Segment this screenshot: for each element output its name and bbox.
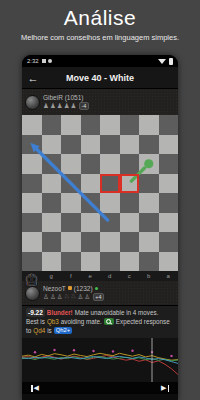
square-g7[interactable] [42, 232, 62, 252]
square-a7[interactable] [159, 232, 179, 252]
square-d4[interactable] [100, 174, 120, 194]
square-d8[interactable] [100, 252, 120, 272]
square-g6[interactable] [42, 213, 62, 233]
analysis-text: is [47, 326, 52, 335]
square-d7[interactable] [100, 232, 120, 252]
battery-icon [169, 58, 173, 65]
square-b1[interactable] [139, 115, 159, 135]
square-b4[interactable] [139, 174, 159, 194]
eval-graph[interactable] [22, 338, 178, 382]
played-move-text[interactable]: Qd4 [33, 326, 45, 335]
graph-red-line [22, 355, 178, 374]
square-f4[interactable] [61, 174, 81, 194]
chess-board-wrap: ♔♙♙♕♙♙♞♞♛♟♟♚ [22, 115, 178, 271]
square-b6[interactable] [139, 213, 159, 233]
coord-label-g: g [42, 271, 62, 281]
phone-screenshot: 2:32 ← Move 40 - White GibeiR (1051) ♟ ♟… [22, 55, 178, 400]
square-a8[interactable] [159, 252, 179, 272]
material-badge-top: -4 [79, 102, 89, 111]
analysis-summary: Mate unavoidable in 4 moves. [75, 308, 159, 317]
captured-pieces-top: ♟ ♟ ♟ ♟ ♟ [43, 102, 76, 110]
status-time: 2:32 [27, 58, 39, 64]
page: { "banner": { "title": "Análise", "subti… [0, 0, 200, 400]
square-e1[interactable] [81, 115, 101, 135]
square-a3[interactable] [159, 154, 179, 174]
square-e8[interactable] [81, 252, 101, 272]
streak-icon [68, 286, 72, 290]
analysis-text: Best is [26, 317, 45, 326]
best-move-text[interactable]: Qb3 [47, 317, 59, 326]
square-d6[interactable] [100, 213, 120, 233]
player-row-top: GibeiR (1051) ♟ ♟ ♟ ♟ ♟ -4 [22, 89, 178, 115]
prev-move-button[interactable]: ◀ [31, 384, 39, 392]
next-move-button[interactable]: ▶ [161, 384, 169, 392]
blunder-tag: Blunder! [47, 308, 73, 317]
square-f3[interactable] [61, 154, 81, 174]
square-h8[interactable] [22, 252, 42, 272]
square-g3[interactable] [42, 154, 62, 174]
square-b2[interactable] [139, 135, 159, 155]
square-h2[interactable] [22, 135, 42, 155]
analysis-panel: -9.22 Blunder! Mate unavoidable in 4 mov… [22, 305, 178, 338]
player-bottom-name: NezooT [43, 285, 66, 292]
coord-label-b: b [139, 271, 159, 281]
prev-arrow-icon: ◀ [34, 384, 39, 392]
coord-label-h: h [22, 271, 42, 281]
magnifier-icon [106, 319, 111, 324]
square-e7[interactable] [81, 232, 101, 252]
analysis-text: avoiding mate. [61, 317, 102, 326]
square-g2[interactable] [42, 135, 62, 155]
coord-label-c: c [120, 271, 140, 281]
square-c8[interactable] [120, 252, 140, 272]
coord-label-e: e [81, 271, 101, 281]
analysis-text: to [26, 326, 31, 335]
square-f1[interactable] [61, 115, 81, 135]
square-c7[interactable] [120, 232, 140, 252]
square-h1[interactable] [22, 115, 42, 135]
square-b7[interactable] [139, 232, 159, 252]
next-bar-icon [168, 385, 170, 392]
square-h5[interactable] [22, 193, 42, 213]
square-e2[interactable] [81, 135, 101, 155]
analysis-text: Expected response [116, 317, 170, 326]
back-button[interactable]: ← [22, 72, 44, 84]
player-row-bottom: NezooT (1232) ♙ ♙ ♙ ♘ ♘ ♙ ♙ +4 [22, 281, 178, 305]
captured-pieces-bottom: ♙ ♙ ♙ ♘ ♘ ♙ ♙ [43, 293, 90, 301]
square-f6[interactable] [61, 213, 81, 233]
square-a4[interactable] [159, 174, 179, 194]
square-e5[interactable] [81, 193, 101, 213]
square-a5[interactable] [159, 193, 179, 213]
square-f5[interactable] [61, 193, 81, 213]
status-bar: 2:32 [22, 55, 178, 67]
chess-board[interactable] [22, 115, 178, 271]
file-coordinates: hgfedcba [22, 271, 178, 281]
square-h4[interactable] [22, 174, 42, 194]
app-bar: ← Move 40 - White [22, 67, 178, 89]
promo-banner: Análise Melhore com conselhos em linguag… [0, 0, 200, 42]
player-top-name: GibeiR (1051) [43, 94, 89, 101]
square-c1[interactable] [120, 115, 140, 135]
wifi-icon [158, 59, 166, 64]
avatar-top[interactable] [25, 95, 40, 110]
eval-badge: -9.22 [26, 308, 45, 317]
square-g4[interactable] [42, 174, 62, 194]
square-d3[interactable] [100, 154, 120, 174]
graph-cyan-line [22, 356, 178, 363]
move-title: Move 40 - White [44, 73, 156, 83]
square-e3[interactable] [81, 154, 101, 174]
square-c3[interactable] [120, 154, 140, 174]
square-h3[interactable] [22, 154, 42, 174]
next-arrow-icon: ▶ [161, 384, 166, 392]
notification-icon-2 [48, 59, 52, 63]
square-e4[interactable] [81, 174, 101, 194]
notification-icon [42, 59, 46, 63]
square-g5[interactable] [42, 193, 62, 213]
square-e6[interactable] [81, 213, 101, 233]
coord-label-f: f [61, 271, 81, 281]
response-move-chip[interactable]: Qh2+ [54, 327, 72, 335]
square-d2[interactable] [100, 135, 120, 155]
square-g1[interactable] [42, 115, 62, 135]
square-a1[interactable] [159, 115, 179, 135]
material-badge-bottom: +4 [93, 293, 104, 302]
square-b3[interactable] [139, 154, 159, 174]
square-f2[interactable] [61, 135, 81, 155]
square-f8[interactable] [61, 252, 81, 272]
square-f7[interactable] [61, 232, 81, 252]
banner-subtitle: Melhore com conselhos em linguagem simpl… [0, 33, 200, 42]
square-c5[interactable] [120, 193, 140, 213]
banner-title: Análise [0, 6, 200, 30]
square-h7[interactable] [22, 232, 42, 252]
square-h6[interactable] [22, 213, 42, 233]
square-a2[interactable] [159, 135, 179, 155]
explore-chip[interactable] [104, 318, 114, 325]
coord-label-a: a [159, 271, 179, 281]
square-c4[interactable] [120, 174, 140, 194]
square-b5[interactable] [139, 193, 159, 213]
square-d5[interactable] [100, 193, 120, 213]
square-b8[interactable] [139, 252, 159, 272]
square-c6[interactable] [120, 213, 140, 233]
square-c2[interactable] [120, 135, 140, 155]
coord-label-d: d [100, 271, 120, 281]
avatar-bottom[interactable] [25, 286, 40, 301]
square-d1[interactable] [100, 115, 120, 135]
square-a6[interactable] [159, 213, 179, 233]
player-bottom-rating: (1232) [74, 285, 93, 292]
move-nav-bar: ◀ ▶ [22, 382, 178, 394]
square-g8[interactable] [42, 252, 62, 272]
online-dot [95, 287, 98, 290]
prev-bar-icon [31, 385, 33, 392]
